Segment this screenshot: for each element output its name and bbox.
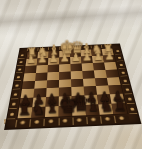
square-h8: ♜: [18, 107, 33, 118]
square-d5: [71, 78, 84, 87]
square-f8: ♝: [45, 106, 59, 117]
square-a7: ♟: [110, 94, 125, 104]
square-g4: [35, 72, 47, 80]
square-f7: ♟: [46, 97, 59, 107]
square-g8: ♞: [31, 107, 45, 118]
chess-set-photo: ♜♞♝♚♛♝♞♜♟♟♟♟♟♟♟♟♟♟♟♟♟♟♟♟♜♞♝♚♛♝♞♜: [0, 0, 142, 149]
square-g5: [34, 80, 47, 89]
square-f4: [47, 72, 59, 80]
square-f5: [47, 80, 59, 89]
board-scene: ♜♞♝♚♛♝♞♜♟♟♟♟♟♟♟♟♟♟♟♟♟♟♟♟♜♞♝♚♛♝♞♜: [0, 0, 142, 149]
board-grid: ♜♞♝♚♛♝♞♜♟♟♟♟♟♟♟♟♟♟♟♟♟♟♟♟♜♞♝♚♛♝♞♜: [16, 48, 128, 119]
square-c5: [83, 78, 96, 87]
dark-knight-piece: ♞: [31, 100, 45, 117]
square-d8: ♛: [72, 105, 86, 116]
square-e5: [59, 79, 71, 88]
square-a8: ♜: [112, 103, 128, 114]
square-d4: [71, 71, 83, 79]
square-g7: ♟: [32, 97, 46, 107]
dark-rook-piece: ♜: [17, 101, 31, 118]
square-h5: [22, 81, 35, 90]
chess-board: ♜♞♝♚♛♝♞♜♟♟♟♟♟♟♟♟♟♟♟♟♟♟♟♟♜♞♝♚♛♝♞♜: [4, 44, 141, 130]
square-e7: ♟: [59, 96, 72, 106]
square-c8: ♝: [85, 104, 100, 115]
square-e8: ♚: [59, 106, 73, 117]
light-bishop-piece: ♝: [48, 43, 59, 57]
